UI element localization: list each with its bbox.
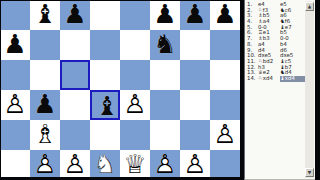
square-h3[interactable]: ♟♙ <box>210 120 240 150</box>
white-pawn-icon[interactable]: ♟♙ <box>180 150 210 180</box>
black-pawn-icon[interactable]: ♟ <box>210 0 240 30</box>
square-d3[interactable] <box>90 120 120 150</box>
square-f7[interactable]: ♟ <box>150 0 180 30</box>
square-g5[interactable] <box>180 60 210 90</box>
square-c7[interactable]: ♟ <box>60 0 90 30</box>
square-e3[interactable] <box>120 120 150 150</box>
piece-glyph: ♟ <box>60 0 90 30</box>
piece-outline: ♗ <box>30 120 60 150</box>
square-d5[interactable] <box>90 60 120 90</box>
piece-glyph: ♟ <box>150 0 180 30</box>
square-f6[interactable]: ♞ <box>150 30 180 60</box>
square-d4[interactable]: ♝ <box>90 90 120 120</box>
square-b6[interactable] <box>30 30 60 60</box>
piece-outline: ♙ <box>150 150 180 180</box>
square-g2[interactable]: ♟♙ <box>180 150 210 180</box>
black-pawn-icon[interactable]: ♟ <box>150 0 180 30</box>
crop-bar-top <box>0 0 240 1</box>
square-h5[interactable] <box>210 60 240 90</box>
piece-outline: ♙ <box>60 150 90 180</box>
piece-outline: ♙ <box>120 90 150 120</box>
scrollbar-track[interactable]: ▲ ▼ <box>305 1 314 178</box>
white-knight-icon[interactable]: ♞♘ <box>90 150 120 180</box>
square-a7[interactable] <box>0 0 30 30</box>
square-a4[interactable]: ♟♙ <box>0 90 30 120</box>
square-h4[interactable] <box>210 90 240 120</box>
white-bishop-icon[interactable]: ♝♗ <box>30 120 60 150</box>
white-pawn-icon[interactable]: ♟♙ <box>0 90 30 120</box>
square-e6[interactable] <box>120 30 150 60</box>
chess-board[interactable]: ♝♟♟♟♟♟♞♟♙♟♝♟♙♝♗♟♙♟♙♟♙♞♘♛♕♟♙♟♙ <box>0 0 240 180</box>
square-e7[interactable] <box>120 0 150 30</box>
piece-glyph: ♟ <box>0 30 30 60</box>
square-b3[interactable]: ♝♗ <box>30 120 60 150</box>
white-pawn-icon[interactable]: ♟♙ <box>120 90 150 120</box>
square-e5[interactable] <box>120 60 150 90</box>
piece-glyph: ♝ <box>92 92 122 122</box>
square-f3[interactable] <box>150 120 180 150</box>
square-f2[interactable]: ♟♙ <box>150 150 180 180</box>
square-g3[interactable] <box>180 120 210 150</box>
white-pawn-icon[interactable]: ♟♙ <box>60 150 90 180</box>
move-list: 1.e4e52.♘f3♞c63.♗b5a64.♗a4♞f65.0-0♝e76.♖… <box>246 2 306 82</box>
square-g4[interactable] <box>180 90 210 120</box>
scroll-down-icon[interactable]: ▼ <box>305 168 314 177</box>
move-list-panel: 1.e4e52.♘f3♞c63.♗b5a64.♗a4♞f65.0-0♝e76.♖… <box>244 0 315 180</box>
piece-outline: ♙ <box>30 150 60 180</box>
square-c2[interactable]: ♟♙ <box>60 150 90 180</box>
white-pawn-icon[interactable]: ♟♙ <box>150 150 180 180</box>
square-f4[interactable] <box>150 90 180 120</box>
square-c3[interactable] <box>60 120 90 150</box>
move-row-14: 14.♘xd4♝xd4 <box>246 76 306 82</box>
square-d7[interactable] <box>90 0 120 30</box>
piece-glyph: ♟ <box>210 0 240 30</box>
square-b2[interactable]: ♟♙ <box>30 150 60 180</box>
square-a5[interactable] <box>0 60 30 90</box>
piece-glyph: ♟ <box>30 90 60 120</box>
square-b4[interactable]: ♟ <box>30 90 60 120</box>
piece-glyph: ♞ <box>150 30 180 60</box>
black-pawn-icon[interactable]: ♟ <box>180 0 210 30</box>
square-a3[interactable] <box>0 120 30 150</box>
piece-glyph: ♟ <box>180 0 210 30</box>
piece-outline: ♙ <box>210 120 240 150</box>
white-pawn-icon[interactable]: ♟♙ <box>210 120 240 150</box>
square-c4[interactable] <box>60 90 90 120</box>
square-g7[interactable]: ♟ <box>180 0 210 30</box>
square-f5[interactable] <box>150 60 180 90</box>
piece-outline: ♙ <box>180 150 210 180</box>
square-h6[interactable] <box>210 30 240 60</box>
square-h2[interactable] <box>210 150 240 180</box>
white-queen-icon[interactable]: ♛♕ <box>120 150 150 180</box>
black-bishop-icon[interactable]: ♝ <box>30 0 60 30</box>
move-white[interactable]: ♘xd4 <box>258 76 280 82</box>
black-knight-icon[interactable]: ♞ <box>150 30 180 60</box>
square-e2[interactable]: ♛♕ <box>120 150 150 180</box>
black-pawn-icon[interactable]: ♟ <box>60 0 90 30</box>
square-a2[interactable] <box>0 150 30 180</box>
square-c5[interactable] <box>60 60 90 90</box>
square-c6[interactable] <box>60 30 90 60</box>
square-b7[interactable]: ♝ <box>30 0 60 30</box>
square-a6[interactable]: ♟ <box>0 30 30 60</box>
square-d6[interactable] <box>90 30 120 60</box>
square-d2[interactable]: ♞♘ <box>90 150 120 180</box>
square-h7[interactable]: ♟ <box>210 0 240 30</box>
move-black-selected[interactable]: ♝xd4 <box>280 76 306 82</box>
square-e4[interactable]: ♟♙ <box>120 90 150 120</box>
scroll-up-icon[interactable]: ▲ <box>305 2 314 11</box>
crop-bar-left <box>0 0 1 180</box>
piece-outline: ♙ <box>0 90 30 120</box>
black-bishop-icon[interactable]: ♝ <box>92 92 122 122</box>
piece-outline: ♘ <box>90 150 120 180</box>
square-g6[interactable] <box>180 30 210 60</box>
square-b5[interactable] <box>30 60 60 90</box>
black-pawn-icon[interactable]: ♟ <box>0 30 30 60</box>
piece-outline: ♕ <box>120 150 150 180</box>
crop-bar-bottom <box>0 177 240 180</box>
piece-glyph: ♝ <box>30 0 60 30</box>
move-number: 14. <box>246 76 258 82</box>
white-pawn-icon[interactable]: ♟♙ <box>30 150 60 180</box>
black-pawn-icon[interactable]: ♟ <box>30 90 60 120</box>
